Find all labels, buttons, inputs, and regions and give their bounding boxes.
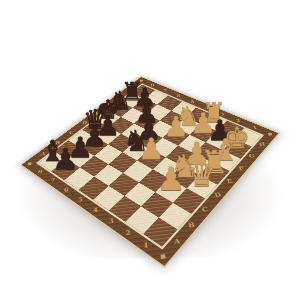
- rank-label-7: 7: [160, 85, 171, 96]
- corner-inlay-dot: [268, 133, 273, 136]
- rank-label-8: 8: [148, 80, 158, 90]
- corner-inlay-dot: [28, 162, 32, 165]
- rank-label-5: 5: [186, 96, 198, 108]
- chess-set-photo: ♝♛♚♞♜♟♟♟♟♟♟♞♟♟♟♞♟♜♟♞♟♟♛♜♝♚ ABCDEFGH ABCD…: [0, 0, 300, 300]
- white-queen-piece: ♛: [185, 159, 219, 191]
- white-pawn-piece: ♟: [154, 163, 188, 195]
- rank-label-6: 6: [173, 90, 185, 101]
- rank-label-8: 8: [33, 164, 46, 180]
- corner-inlay-dot: [161, 254, 166, 259]
- black-pawn-piece: ♟: [50, 144, 81, 174]
